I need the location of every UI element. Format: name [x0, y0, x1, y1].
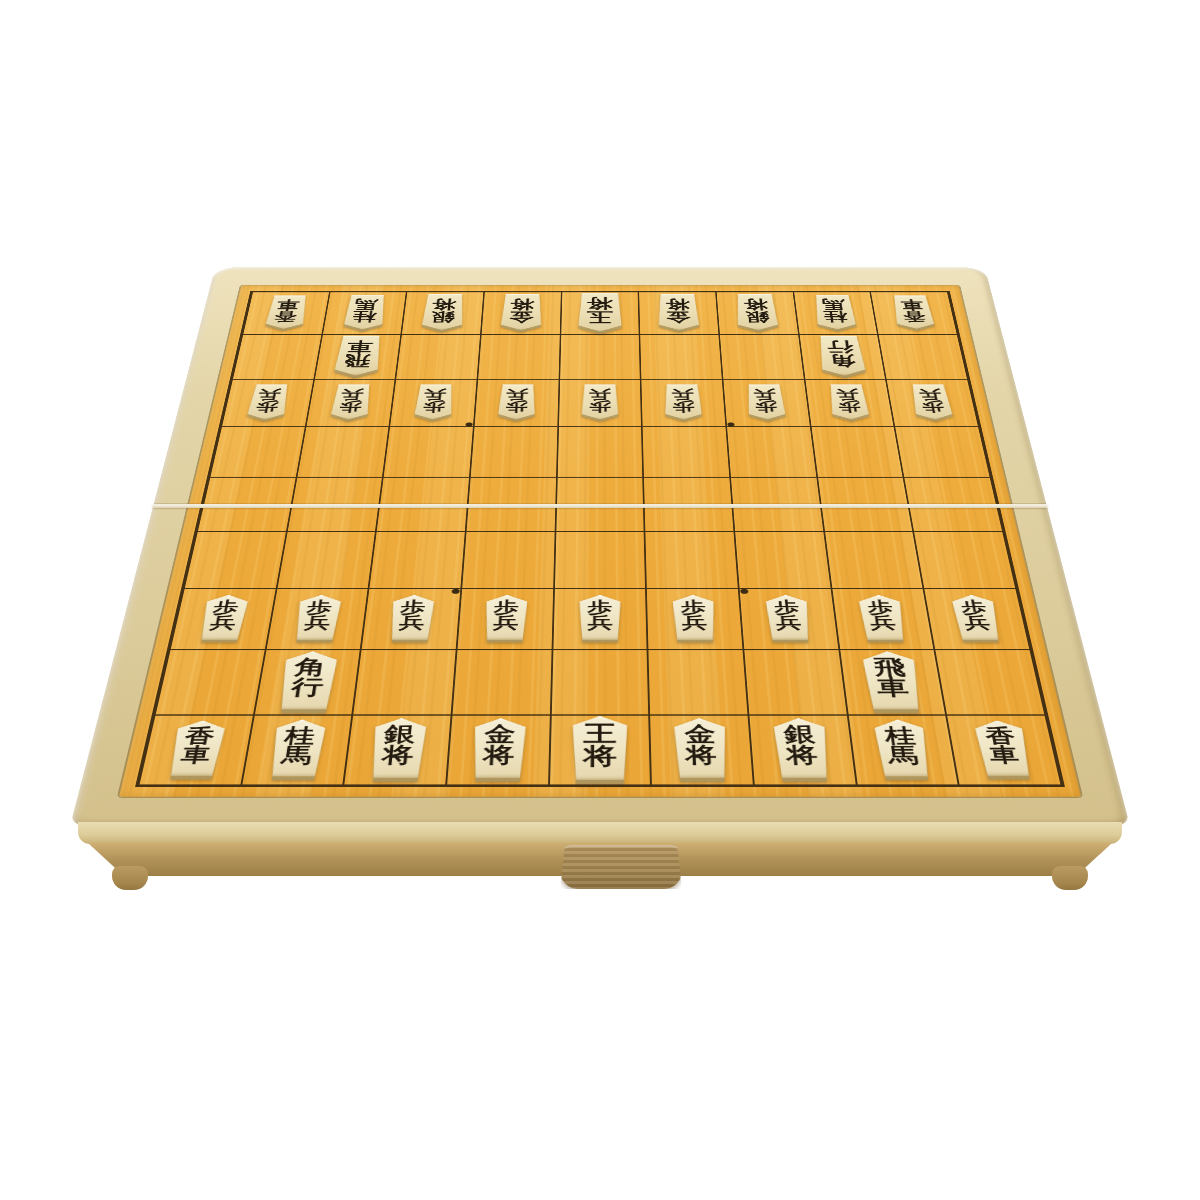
piece-face: 角行 — [266, 651, 351, 709]
piece-sente-knight[interactable]: 桂馬 — [257, 720, 338, 777]
shogi-set-photo: 香車桂馬銀将金将玉将金将銀将桂馬香車飛車角行歩兵歩兵歩兵歩兵歩兵歩兵歩兵歩兵歩兵… — [0, 0, 1200, 1200]
piece-face: 歩兵 — [405, 384, 462, 419]
piece-gote-lance[interactable]: 香車 — [256, 295, 317, 328]
piece-kanji: 歩兵 — [774, 600, 802, 631]
cell-r4c7[interactable] — [726, 427, 817, 478]
piece-kanji: 角行 — [290, 657, 328, 697]
piece-face: 歩兵 — [941, 595, 1010, 640]
cell-r3c4[interactable]: 歩兵 — [474, 379, 559, 427]
piece-gote-pawn[interactable]: 歩兵 — [902, 384, 962, 419]
piece-gote-pawn[interactable]: 歩兵 — [656, 384, 711, 419]
piece-face: 香車 — [256, 295, 317, 328]
piece-face: 歩兵 — [656, 384, 711, 419]
piece-sente-rook[interactable]: 飛車 — [850, 651, 935, 709]
piece-sente-pawn[interactable]: 歩兵 — [569, 595, 630, 640]
piece-gote-pawn[interactable]: 歩兵 — [322, 384, 381, 419]
cell-r8c7[interactable] — [743, 650, 847, 715]
piece-face: 飛車 — [850, 651, 935, 709]
piece-face: 歩兵 — [489, 384, 544, 419]
piece-kanji: 香車 — [899, 299, 926, 322]
piece-kanji: 歩兵 — [493, 600, 520, 631]
piece-face: 金将 — [662, 718, 740, 778]
cell-r8c3[interactable] — [353, 650, 457, 715]
piece-gote-gold[interactable]: 金将 — [491, 294, 551, 330]
piece-face: 歩兵 — [820, 384, 879, 419]
piece-kanji: 歩兵 — [398, 600, 426, 631]
piece-kanji: 桂馬 — [821, 298, 848, 322]
cell-r3c2[interactable]: 歩兵 — [305, 379, 395, 427]
piece-face: 歩兵 — [756, 595, 821, 640]
piece-face: 桂馬 — [805, 295, 866, 330]
piece-kanji: 香車 — [179, 726, 216, 764]
piece-sente-pawn[interactable]: 歩兵 — [379, 595, 444, 640]
piece-sente-lance[interactable]: 香車 — [963, 721, 1044, 776]
cell-r2c1[interactable] — [232, 334, 322, 379]
cell-r1c9[interactable]: 香車 — [870, 292, 957, 334]
cell-r2c4[interactable] — [477, 334, 560, 379]
piece-gote-pawn[interactable]: 歩兵 — [489, 384, 544, 419]
piece-kanji: 歩兵 — [255, 388, 282, 412]
piece-sente-pawn[interactable]: 歩兵 — [849, 595, 916, 640]
piece-face: 歩兵 — [284, 595, 351, 640]
piece-gote-rook[interactable]: 飛車 — [324, 336, 393, 376]
cell-r8c9[interactable] — [935, 650, 1046, 715]
piece-face: 金将 — [491, 294, 551, 330]
piece-face: 銀将 — [726, 294, 788, 330]
piece-kanji: 金将 — [509, 298, 535, 323]
piece-face: 歩兵 — [573, 384, 627, 419]
piece-sente-pawn[interactable]: 歩兵 — [474, 595, 537, 640]
cell-r2c9[interactable] — [878, 334, 968, 379]
piece-kanji: 角行 — [826, 340, 856, 368]
piece-kanji: 桂馬 — [352, 298, 379, 322]
cell-r4c2[interactable] — [296, 427, 389, 478]
cell-r6c8[interactable] — [824, 531, 924, 588]
piece-gote-silver[interactable]: 銀将 — [726, 294, 788, 330]
cell-r1c8[interactable]: 桂馬 — [793, 292, 878, 334]
cell-r9c9[interactable]: 香車 — [946, 715, 1061, 785]
piece-face: 銀将 — [761, 718, 842, 778]
piece-kanji: 歩兵 — [587, 600, 612, 631]
star-point — [727, 422, 735, 426]
cell-r7c6[interactable]: 歩兵 — [646, 588, 743, 649]
cell-r9c5[interactable]: 王将 — [549, 715, 652, 785]
piece-kanji: 香車 — [273, 299, 300, 322]
cell-r6c4[interactable] — [461, 531, 555, 588]
piece-gote-lance[interactable]: 香車 — [883, 295, 944, 328]
piece-face: 歩兵 — [379, 595, 444, 640]
piece-kanji: 玉将 — [587, 297, 613, 324]
piece-kanji: 歩兵 — [338, 388, 364, 412]
piece-face: 金将 — [460, 718, 538, 778]
cell-r9c7[interactable]: 銀将 — [748, 715, 856, 785]
piece-kanji: 歩兵 — [209, 600, 241, 631]
piece-face: 飛車 — [324, 336, 393, 376]
cell-r1c3[interactable]: 銀将 — [401, 292, 484, 334]
cell-r7c7[interactable]: 歩兵 — [739, 588, 839, 649]
cell-r9c2[interactable]: 桂馬 — [241, 715, 353, 785]
cell-r8c5[interactable] — [551, 650, 650, 715]
piece-face: 銀将 — [357, 718, 438, 778]
cell-r2c6[interactable] — [640, 334, 723, 379]
piece-sente-knight[interactable]: 桂馬 — [862, 720, 943, 777]
piece-face: 玉将 — [568, 293, 632, 332]
cell-r6c9[interactable] — [913, 531, 1016, 588]
cell-r1c6[interactable]: 金将 — [639, 292, 720, 334]
piece-gote-silver[interactable]: 銀将 — [412, 294, 474, 330]
piece-sente-pawn[interactable]: 歩兵 — [663, 595, 726, 640]
cell-r8c8[interactable]: 飛車 — [839, 650, 946, 715]
cell-r3c9[interactable]: 歩兵 — [886, 379, 979, 427]
cell-r1c5[interactable]: 玉将 — [560, 292, 639, 334]
piece-kanji: 桂馬 — [884, 725, 920, 765]
piece-kanji: 歩兵 — [681, 600, 708, 631]
piece-kanji: 金将 — [483, 724, 516, 766]
piece-gote-gold[interactable]: 金将 — [648, 294, 708, 330]
cell-r9c3[interactable]: 銀将 — [344, 715, 452, 785]
cell-r7c9[interactable]: 歩兵 — [924, 588, 1031, 649]
star-point — [740, 589, 748, 594]
piece-gote-knight[interactable]: 桂馬 — [805, 295, 866, 330]
cell-r7c5[interactable]: 歩兵 — [552, 588, 648, 649]
piece-kanji: 飛車 — [343, 340, 373, 368]
piece-face: 香車 — [156, 721, 237, 776]
piece-face: 香車 — [963, 721, 1044, 776]
piece-face: 歩兵 — [902, 384, 962, 419]
piece-face: 香車 — [883, 295, 944, 328]
cell-r6c6[interactable] — [645, 531, 739, 588]
piece-sente-gold[interactable]: 金将 — [460, 718, 538, 778]
piece-face: 歩兵 — [189, 595, 258, 640]
case-foot-right — [1052, 866, 1088, 890]
cell-r7c2[interactable]: 歩兵 — [265, 588, 368, 649]
cell-r8c4[interactable] — [452, 650, 553, 715]
piece-kanji: 銀将 — [430, 298, 457, 323]
piece-sente-silver[interactable]: 銀将 — [761, 718, 842, 778]
cell-r9c1[interactable]: 香車 — [138, 715, 253, 785]
piece-gote-bishop[interactable]: 角行 — [808, 336, 877, 376]
piece-sente-king[interactable]: 王将 — [559, 716, 641, 780]
case-latch — [560, 845, 682, 889]
piece-kanji: 歩兵 — [960, 600, 992, 631]
piece-sente-pawn[interactable]: 歩兵 — [756, 595, 821, 640]
cell-r2c5[interactable] — [559, 334, 641, 379]
piece-kanji: 銀将 — [381, 724, 417, 766]
piece-kanji: 飛車 — [872, 657, 910, 697]
piece-kanji: 歩兵 — [836, 388, 862, 412]
board-plane: 香車桂馬銀将金将玉将金将銀将桂馬香車飛車角行歩兵歩兵歩兵歩兵歩兵歩兵歩兵歩兵歩兵… — [70, 267, 1130, 826]
cell-r4c5[interactable] — [557, 427, 644, 478]
cell-r2c7[interactable] — [719, 334, 804, 379]
cell-r1c7[interactable]: 銀将 — [716, 292, 799, 334]
piece-kanji: 歩兵 — [918, 388, 945, 412]
piece-kanji: 金将 — [684, 724, 717, 766]
cell-r7c4[interactable]: 歩兵 — [457, 588, 554, 649]
piece-face: 桂馬 — [334, 295, 395, 330]
cell-r4c3[interactable] — [383, 427, 474, 478]
piece-gote-king[interactable]: 玉将 — [568, 293, 632, 332]
piece-kanji: 銀将 — [743, 298, 770, 323]
piece-sente-pawn[interactable]: 歩兵 — [189, 595, 258, 640]
piece-kanji: 歩兵 — [422, 388, 447, 412]
cell-r2c8[interactable]: 角行 — [799, 334, 887, 379]
piece-sente-bishop[interactable]: 角行 — [266, 651, 351, 709]
piece-face: 銀将 — [412, 294, 474, 330]
piece-kanji: 歩兵 — [589, 388, 611, 412]
board-frame: 香車桂馬銀将金将玉将金将銀将桂馬香車飛車角行歩兵歩兵歩兵歩兵歩兵歩兵歩兵歩兵歩兵… — [70, 267, 1130, 826]
cell-r4c9[interactable] — [895, 427, 991, 478]
cell-r7c1[interactable]: 歩兵 — [170, 588, 277, 649]
piece-face: 金将 — [648, 294, 708, 330]
piece-gote-pawn[interactable]: 歩兵 — [820, 384, 879, 419]
piece-sente-pawn[interactable]: 歩兵 — [284, 595, 351, 640]
piece-face: 歩兵 — [238, 384, 298, 419]
piece-sente-silver[interactable]: 銀将 — [357, 718, 438, 778]
piece-kanji: 歩兵 — [505, 388, 528, 412]
cell-r3c3[interactable]: 歩兵 — [390, 379, 478, 427]
case-foot-left — [112, 866, 148, 890]
piece-face: 王将 — [559, 716, 641, 780]
piece-kanji: 歩兵 — [753, 388, 778, 412]
piece-face: 歩兵 — [474, 595, 537, 640]
cell-r6c2[interactable] — [276, 531, 376, 588]
piece-kanji: 王将 — [583, 723, 617, 768]
piece-gote-pawn[interactable]: 歩兵 — [573, 384, 627, 419]
piece-gote-pawn[interactable]: 歩兵 — [405, 384, 462, 419]
piece-kanji: 銀将 — [783, 724, 819, 766]
piece-face: 角行 — [808, 336, 877, 376]
cell-r4c4[interactable] — [470, 427, 558, 478]
cell-r4c8[interactable] — [810, 427, 903, 478]
piece-face: 桂馬 — [862, 720, 943, 777]
board-3d-scene: 香車桂馬銀将金将玉将金将銀将桂馬香車飛車角行歩兵歩兵歩兵歩兵歩兵歩兵歩兵歩兵歩兵… — [70, 0, 1130, 826]
piece-sente-lance[interactable]: 香車 — [156, 721, 237, 776]
cell-r8c1[interactable] — [155, 650, 266, 715]
cell-r6c7[interactable] — [734, 531, 831, 588]
piece-kanji: 歩兵 — [671, 388, 694, 412]
cell-r8c2[interactable]: 角行 — [254, 650, 361, 715]
cell-r9c8[interactable]: 桂馬 — [847, 715, 959, 785]
cell-r3c6[interactable]: 歩兵 — [641, 379, 726, 427]
fold-hinge-seam — [153, 504, 1048, 508]
piece-gote-knight[interactable]: 桂馬 — [334, 295, 395, 330]
cell-r1c1[interactable]: 香車 — [242, 292, 329, 334]
piece-gote-pawn[interactable]: 歩兵 — [738, 384, 795, 419]
piece-kanji: 桂馬 — [280, 725, 316, 765]
cell-r1c4[interactable]: 金将 — [481, 292, 562, 334]
piece-kanji: 金将 — [665, 298, 691, 323]
cell-r4c1[interactable] — [209, 427, 305, 478]
cell-r9c4[interactable]: 金将 — [446, 715, 550, 785]
piece-kanji: 歩兵 — [303, 600, 333, 631]
cell-r6c5[interactable] — [554, 531, 646, 588]
cell-r2c3[interactable] — [396, 334, 481, 379]
piece-face: 歩兵 — [738, 384, 795, 419]
cell-r3c7[interactable]: 歩兵 — [723, 379, 811, 427]
cell-r4c6[interactable] — [642, 427, 730, 478]
piece-face: 桂馬 — [257, 720, 338, 777]
cell-r3c1[interactable]: 歩兵 — [221, 379, 314, 427]
shogi-grid: 香車桂馬銀将金将玉将金将銀将桂馬香車飛車角行歩兵歩兵歩兵歩兵歩兵歩兵歩兵歩兵歩兵… — [135, 291, 1065, 787]
cell-r2c2[interactable]: 飛車 — [314, 334, 402, 379]
cell-r6c3[interactable] — [369, 531, 466, 588]
cell-r9c6[interactable]: 金将 — [649, 715, 753, 785]
piece-kanji: 香車 — [984, 726, 1021, 764]
piece-kanji: 歩兵 — [867, 600, 897, 631]
cell-r7c8[interactable]: 歩兵 — [831, 588, 934, 649]
piece-face: 歩兵 — [663, 595, 726, 640]
piece-sente-gold[interactable]: 金将 — [662, 718, 740, 778]
piece-gote-pawn[interactable]: 歩兵 — [238, 384, 298, 419]
frame-front-edge — [78, 822, 1122, 844]
cell-r1c2[interactable]: 桂馬 — [322, 292, 407, 334]
cell-r8c6[interactable] — [648, 650, 749, 715]
piece-face: 歩兵 — [322, 384, 381, 419]
cell-r3c8[interactable]: 歩兵 — [804, 379, 894, 427]
board-surface: 香車桂馬銀将金将玉将金将銀将桂馬香車飛車角行歩兵歩兵歩兵歩兵歩兵歩兵歩兵歩兵歩兵… — [119, 285, 1081, 796]
piece-face: 歩兵 — [849, 595, 916, 640]
cell-r3c5[interactable]: 歩兵 — [558, 379, 642, 427]
cell-r6c1[interactable] — [184, 531, 287, 588]
piece-face: 歩兵 — [569, 595, 630, 640]
piece-sente-pawn[interactable]: 歩兵 — [941, 595, 1010, 640]
cell-r7c3[interactable]: 歩兵 — [361, 588, 461, 649]
